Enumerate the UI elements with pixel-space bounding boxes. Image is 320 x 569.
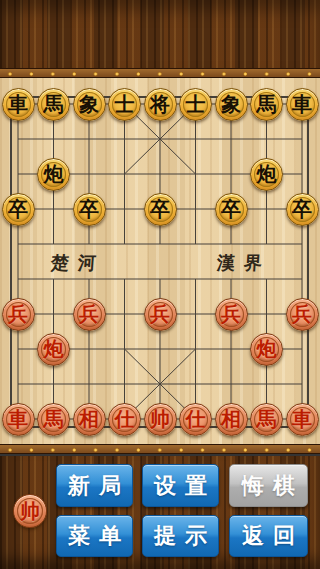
top-wood-frame [0, 0, 320, 69]
piece-black-chariot[interactable]: 車 [2, 88, 35, 121]
piece-red-advisor[interactable]: 仕 [179, 403, 212, 436]
piece-glyph: 兵 [77, 302, 102, 327]
piece-black-general[interactable]: 将 [144, 88, 177, 121]
piece-glyph: 士 [183, 92, 208, 117]
piece-glyph: 卒 [148, 197, 173, 222]
hint-button[interactable]: 提示 [142, 515, 219, 557]
piece-red-elephant[interactable]: 相 [215, 403, 248, 436]
piece-glyph: 馬 [41, 92, 66, 117]
back-button[interactable]: 返回 [229, 515, 308, 557]
piece-glyph: 車 [6, 407, 31, 432]
piece-black-advisor[interactable]: 士 [179, 88, 212, 121]
piece-black-soldier[interactable]: 卒 [144, 193, 177, 226]
piece-glyph: 帅 [148, 407, 173, 432]
river-label-han-jie: 漢界 [216, 251, 272, 275]
piece-glyph: 車 [290, 92, 315, 117]
undo-move-button[interactable]: 悔棋 [229, 464, 308, 507]
piece-red-advisor[interactable]: 仕 [108, 403, 141, 436]
red-turn-indicator-piece: 帅 [13, 494, 47, 528]
piece-red-elephant[interactable]: 相 [73, 403, 106, 436]
piece-glyph: 象 [77, 92, 102, 117]
piece-black-cannon[interactable]: 炮 [37, 158, 70, 191]
piece-glyph: 将 [148, 92, 173, 117]
piece-glyph: 車 [6, 92, 31, 117]
bottom-studded-rail [0, 444, 320, 454]
piece-glyph: 相 [77, 407, 102, 432]
piece-glyph: 炮 [41, 162, 66, 187]
menu-button[interactable]: 菜单 [56, 515, 133, 557]
piece-red-soldier[interactable]: 兵 [215, 298, 248, 331]
piece-glyph: 馬 [41, 407, 66, 432]
piece-black-soldier[interactable]: 卒 [73, 193, 106, 226]
piece-red-general[interactable]: 帅 [144, 403, 177, 436]
xiangqi-board: 楚河 漢界 車馬象士将士象馬車炮炮卒卒卒卒卒兵兵兵兵兵炮炮車馬相仕帅仕相馬車 [0, 78, 320, 444]
piece-glyph: 卒 [219, 197, 244, 222]
river-label-chu-he: 楚河 [50, 251, 106, 275]
piece-glyph: 馬 [254, 407, 279, 432]
piece-red-horse[interactable]: 馬 [250, 403, 283, 436]
piece-black-soldier[interactable]: 卒 [286, 193, 319, 226]
piece-glyph: 馬 [254, 92, 279, 117]
xiangqi-game-screen: 楚河 漢界 車馬象士将士象馬車炮炮卒卒卒卒卒兵兵兵兵兵炮炮車馬相仕帅仕相馬車 帅… [0, 0, 320, 569]
piece-glyph: 炮 [254, 337, 279, 362]
piece-black-cannon[interactable]: 炮 [250, 158, 283, 191]
piece-red-soldier[interactable]: 兵 [73, 298, 106, 331]
piece-glyph: 士 [112, 92, 137, 117]
piece-red-horse[interactable]: 馬 [37, 403, 70, 436]
red-general-glyph: 帅 [17, 498, 43, 524]
piece-black-soldier[interactable]: 卒 [215, 193, 248, 226]
piece-red-chariot[interactable]: 車 [286, 403, 319, 436]
piece-red-cannon[interactable]: 炮 [37, 333, 70, 366]
piece-glyph: 相 [219, 407, 244, 432]
piece-glyph: 卒 [290, 197, 315, 222]
piece-glyph: 兵 [148, 302, 173, 327]
piece-red-cannon[interactable]: 炮 [250, 333, 283, 366]
piece-red-chariot[interactable]: 車 [2, 403, 35, 436]
piece-glyph: 仕 [112, 407, 137, 432]
top-studded-rail [0, 68, 320, 78]
piece-glyph: 象 [219, 92, 244, 117]
piece-black-horse[interactable]: 馬 [250, 88, 283, 121]
piece-glyph: 兵 [219, 302, 244, 327]
piece-black-chariot[interactable]: 車 [286, 88, 319, 121]
piece-red-soldier[interactable]: 兵 [286, 298, 319, 331]
piece-glyph: 車 [290, 407, 315, 432]
board-grid [0, 78, 320, 444]
new-game-button[interactable]: 新局 [56, 464, 133, 507]
piece-glyph: 炮 [254, 162, 279, 187]
piece-black-soldier[interactable]: 卒 [2, 193, 35, 226]
piece-black-elephant[interactable]: 象 [73, 88, 106, 121]
piece-glyph: 兵 [6, 302, 31, 327]
piece-red-soldier[interactable]: 兵 [144, 298, 177, 331]
piece-glyph: 卒 [6, 197, 31, 222]
settings-button[interactable]: 设置 [142, 464, 219, 507]
piece-black-horse[interactable]: 馬 [37, 88, 70, 121]
piece-glyph: 兵 [290, 302, 315, 327]
piece-black-advisor[interactable]: 士 [108, 88, 141, 121]
piece-glyph: 炮 [41, 337, 66, 362]
piece-black-elephant[interactable]: 象 [215, 88, 248, 121]
piece-glyph: 仕 [183, 407, 208, 432]
piece-red-soldier[interactable]: 兵 [2, 298, 35, 331]
piece-glyph: 卒 [77, 197, 102, 222]
